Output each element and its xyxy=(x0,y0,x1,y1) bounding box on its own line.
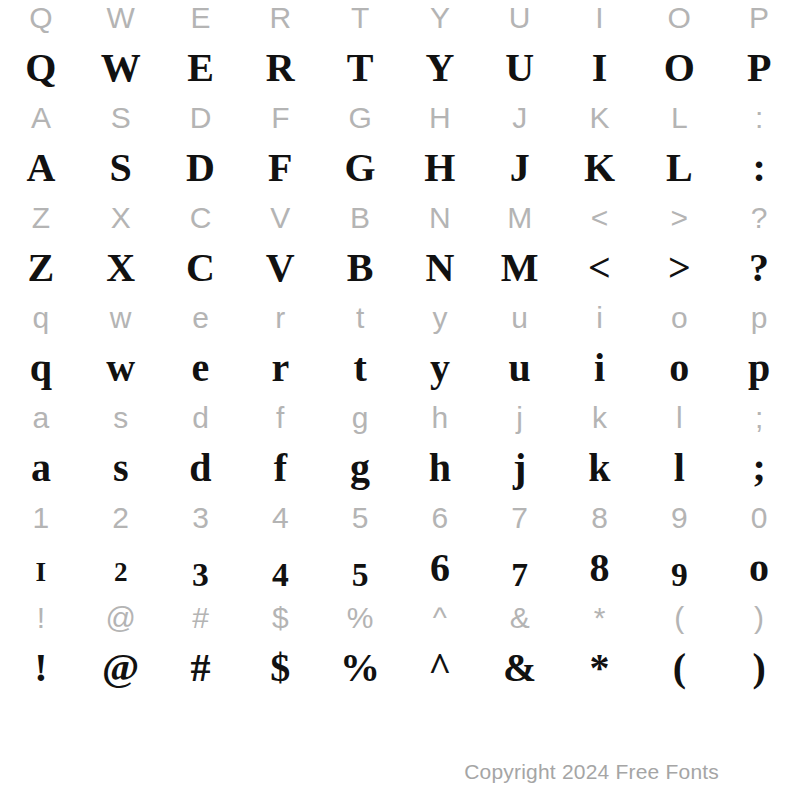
cell-r6c7: i xyxy=(560,293,640,343)
cell-r5c9: ? xyxy=(719,243,799,293)
cell-r12c0: ! xyxy=(1,593,81,643)
oldstyle-figure: 5 xyxy=(352,556,369,593)
cell-r11c3: 4 xyxy=(240,543,320,593)
cell-r4c4: B xyxy=(320,193,400,243)
cell-r8c7: k xyxy=(560,393,640,443)
cell-r10c8: 9 xyxy=(639,493,719,543)
cell-r7c5: y xyxy=(400,343,480,393)
cell-r9c0: a xyxy=(1,443,81,493)
cell-r1c2: E xyxy=(161,43,241,93)
cell-r13c3: $ xyxy=(240,643,320,693)
cell-r2c7: K xyxy=(560,93,640,143)
cell-r5c6: M xyxy=(480,243,560,293)
cell-r7c6: u xyxy=(480,343,560,393)
cell-r2c4: G xyxy=(320,93,400,143)
cell-r8c0: a xyxy=(1,393,81,443)
copyright-text: Copyright 2024 Free Fonts xyxy=(464,760,719,784)
cell-r12c2: # xyxy=(161,593,241,643)
cell-r2c5: H xyxy=(400,93,480,143)
cell-r11c1: 2 xyxy=(81,543,161,593)
cell-r3c8: L xyxy=(639,143,719,193)
cell-r3c0: A xyxy=(1,143,81,193)
cell-r4c6: M xyxy=(480,193,560,243)
cell-r13c7: * xyxy=(560,643,640,693)
cell-r5c2: C xyxy=(161,243,241,293)
cell-r13c4: % xyxy=(320,643,400,693)
cell-r10c2: 3 xyxy=(161,493,241,543)
cell-r2c2: D xyxy=(161,93,241,143)
cell-r3c1: S xyxy=(81,143,161,193)
cell-r6c4: t xyxy=(320,293,400,343)
cell-r1c3: R xyxy=(240,43,320,93)
cell-r0c4: T xyxy=(320,0,400,43)
cell-r0c6: U xyxy=(480,0,560,43)
cell-r11c8: 9 xyxy=(639,543,719,593)
cell-r12c4: % xyxy=(320,593,400,643)
cell-r13c1: @ xyxy=(81,643,161,693)
cell-r1c9: P xyxy=(719,43,799,93)
cell-r1c1: W xyxy=(81,43,161,93)
cell-r9c1: s xyxy=(81,443,161,493)
cell-r9c2: d xyxy=(161,443,241,493)
cell-r10c0: 1 xyxy=(1,493,81,543)
cell-r4c9: ? xyxy=(719,193,799,243)
cell-r10c5: 6 xyxy=(400,493,480,543)
oldstyle-figure: 3 xyxy=(192,556,209,593)
cell-r11c4: 5 xyxy=(320,543,400,593)
cell-r7c2: e xyxy=(161,343,241,393)
cell-r1c7: I xyxy=(560,43,640,93)
cell-r4c0: Z xyxy=(1,193,81,243)
font-preview-page: QWERTYUIOPQWERTYUIOPASDFGHJKL:ASDFGHJKL:… xyxy=(0,0,800,800)
cell-r0c5: Y xyxy=(400,0,480,43)
cell-r7c8: o xyxy=(639,343,719,393)
cell-r9c5: h xyxy=(400,443,480,493)
cell-r12c3: $ xyxy=(240,593,320,643)
cell-r4c3: V xyxy=(240,193,320,243)
cell-r4c1: X xyxy=(81,193,161,243)
cell-r11c6: 7 xyxy=(480,543,560,593)
cell-r13c9: ) xyxy=(719,643,799,693)
cell-r3c3: F xyxy=(240,143,320,193)
cell-r12c9: ) xyxy=(719,593,799,643)
cell-r6c3: r xyxy=(240,293,320,343)
cell-r8c6: j xyxy=(480,393,560,443)
cell-r6c6: u xyxy=(480,293,560,343)
cell-r1c6: U xyxy=(480,43,560,93)
cell-r10c9: 0 xyxy=(719,493,799,543)
cell-r7c0: q xyxy=(1,343,81,393)
cell-r7c9: p xyxy=(719,343,799,393)
cell-r1c8: O xyxy=(639,43,719,93)
cell-r1c0: Q xyxy=(1,43,81,93)
cell-r9c3: f xyxy=(240,443,320,493)
cell-r9c8: l xyxy=(639,443,719,493)
cell-r0c8: O xyxy=(639,0,719,43)
cell-r5c7: < xyxy=(560,243,640,293)
cell-r8c9: ; xyxy=(719,393,799,443)
cell-r4c5: N xyxy=(400,193,480,243)
cell-r2c9: : xyxy=(719,93,799,143)
cell-r12c6: & xyxy=(480,593,560,643)
cell-r0c7: I xyxy=(560,0,640,43)
cell-r5c1: X xyxy=(81,243,161,293)
cell-r4c7: < xyxy=(560,193,640,243)
cell-r12c7: * xyxy=(560,593,640,643)
cell-r3c7: K xyxy=(560,143,640,193)
cell-r4c2: C xyxy=(161,193,241,243)
cell-r13c0: ! xyxy=(1,643,81,693)
cell-r11c7: 8 xyxy=(560,543,640,593)
cell-r1c5: Y xyxy=(400,43,480,93)
cell-r7c7: i xyxy=(560,343,640,393)
cell-r0c2: E xyxy=(161,0,241,43)
cell-r7c3: r xyxy=(240,343,320,393)
cell-r8c1: s xyxy=(81,393,161,443)
cell-r3c4: G xyxy=(320,143,400,193)
cell-r8c4: g xyxy=(320,393,400,443)
cell-r2c1: S xyxy=(81,93,161,143)
cell-r13c5: ^ xyxy=(400,643,480,693)
cell-r3c6: J xyxy=(480,143,560,193)
cell-r11c2: 3 xyxy=(161,543,241,593)
cell-r10c7: 8 xyxy=(560,493,640,543)
cell-r5c4: B xyxy=(320,243,400,293)
cell-r0c0: Q xyxy=(1,0,81,43)
oldstyle-figure: I xyxy=(36,557,47,587)
cell-r9c4: g xyxy=(320,443,400,493)
cell-r3c9: : xyxy=(719,143,799,193)
cell-r4c8: > xyxy=(639,193,719,243)
cell-r1c4: T xyxy=(320,43,400,93)
cell-r6c8: o xyxy=(639,293,719,343)
cell-r7c1: w xyxy=(81,343,161,393)
cell-r8c2: d xyxy=(161,393,241,443)
cell-r6c9: p xyxy=(719,293,799,343)
cell-r5c5: N xyxy=(400,243,480,293)
cell-r10c1: 2 xyxy=(81,493,161,543)
cell-r12c1: @ xyxy=(81,593,161,643)
oldstyle-figure: 2 xyxy=(114,557,128,587)
cell-r0c3: R xyxy=(240,0,320,43)
cell-r10c6: 7 xyxy=(480,493,560,543)
cell-r13c2: # xyxy=(161,643,241,693)
cell-r0c9: P xyxy=(719,0,799,43)
cell-r11c9: o xyxy=(719,543,799,593)
oldstyle-figure: 7 xyxy=(511,556,528,593)
cell-r8c3: f xyxy=(240,393,320,443)
cell-r5c0: Z xyxy=(1,243,81,293)
cell-r5c3: V xyxy=(240,243,320,293)
cell-r3c5: H xyxy=(400,143,480,193)
cell-r9c9: ; xyxy=(719,443,799,493)
specimen-grid: QWERTYUIOPQWERTYUIOPASDFGHJKL:ASDFGHJKL:… xyxy=(1,0,799,693)
cell-r8c8: l xyxy=(639,393,719,443)
oldstyle-figure: 4 xyxy=(272,556,289,593)
cell-r6c2: e xyxy=(161,293,241,343)
cell-r11c0: I xyxy=(1,543,81,593)
cell-r11c5: 6 xyxy=(400,543,480,593)
cell-r9c7: k xyxy=(560,443,640,493)
cell-r10c3: 4 xyxy=(240,493,320,543)
cell-r0c1: W xyxy=(81,0,161,43)
cell-r5c8: > xyxy=(639,243,719,293)
cell-r13c8: ( xyxy=(639,643,719,693)
cell-r3c2: D xyxy=(161,143,241,193)
cell-r7c4: t xyxy=(320,343,400,393)
oldstyle-figure: 9 xyxy=(671,556,688,593)
cell-r13c6: & xyxy=(480,643,560,693)
cell-r2c6: J xyxy=(480,93,560,143)
cell-r2c8: L xyxy=(639,93,719,143)
cell-r12c5: ^ xyxy=(400,593,480,643)
cell-r2c0: A xyxy=(1,93,81,143)
cell-r8c5: h xyxy=(400,393,480,443)
cell-r6c5: y xyxy=(400,293,480,343)
cell-r2c3: F xyxy=(240,93,320,143)
cell-r12c8: ( xyxy=(639,593,719,643)
cell-r6c0: q xyxy=(1,293,81,343)
cell-r10c4: 5 xyxy=(320,493,400,543)
cell-r6c1: w xyxy=(81,293,161,343)
cell-r9c6: j xyxy=(480,443,560,493)
